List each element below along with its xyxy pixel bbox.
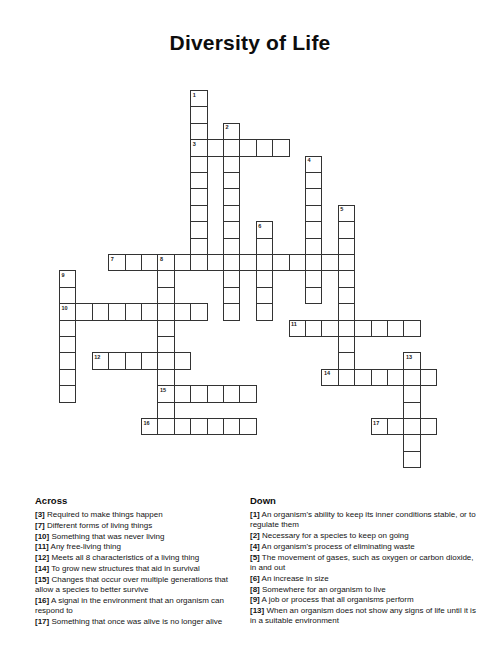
grid-cell[interactable] (223, 139, 240, 156)
clue-number: [2] (250, 531, 260, 540)
grid-cell[interactable]: 6 (256, 221, 273, 238)
grid-cell[interactable] (256, 270, 273, 287)
grid-cell[interactable] (420, 369, 437, 386)
grid-cell[interactable] (190, 172, 207, 189)
grid-cell[interactable]: 1 (190, 90, 207, 107)
grid-cell[interactable] (387, 320, 404, 337)
down-heading: Down (250, 495, 481, 506)
grid-cell[interactable]: 15 (157, 385, 174, 402)
clue-text: Somewhere for an organism to live (260, 585, 386, 594)
grid-cell[interactable] (223, 270, 240, 287)
clue-text: When an organism does not show any signs… (250, 606, 476, 625)
grid-cell[interactable] (190, 238, 207, 255)
grid-cell[interactable]: 7 (108, 254, 125, 271)
grid-cell[interactable] (174, 418, 191, 435)
down-clue-list: [1] An organism's ability to keep its in… (250, 510, 481, 627)
grid-cell[interactable] (190, 385, 207, 402)
grid-cell[interactable] (190, 123, 207, 140)
grid-cell[interactable] (157, 402, 174, 419)
cell-number: 17 (373, 420, 379, 426)
grid-cell[interactable] (338, 369, 355, 386)
clue-across-11: [11] Any free-living thing (35, 542, 247, 552)
grid-cell[interactable] (190, 254, 207, 271)
crossword-page: Diversity of Life 1234567891011121314151… (0, 0, 500, 647)
clue-number: [14] (35, 564, 49, 573)
clue-across-17: [17] Something that once was alive is no… (35, 617, 247, 627)
clue-text: Something that was never living (49, 532, 164, 541)
cell-number: 13 (406, 354, 412, 360)
clue-down-5: [5] The movement of gases, such as oxyge… (250, 553, 481, 574)
grid-cell[interactable] (223, 205, 240, 222)
grid-cell[interactable] (223, 254, 240, 271)
grid-cell[interactable] (174, 303, 191, 320)
across-clues-section: Across [3] Required to make things happe… (35, 495, 247, 628)
grid-cell[interactable]: 9 (59, 270, 76, 287)
clue-number: [4] (250, 542, 260, 551)
grid-cell[interactable] (190, 221, 207, 238)
grid-cell[interactable] (190, 303, 207, 320)
grid-cell[interactable] (403, 418, 420, 435)
grid-cell[interactable]: 13 (403, 352, 420, 369)
cell-number: 10 (62, 305, 68, 311)
grid-cell[interactable]: 3 (190, 139, 207, 156)
grid-cell[interactable] (256, 287, 273, 304)
clue-number: [3] (35, 510, 45, 519)
grid-cell[interactable]: 12 (92, 352, 109, 369)
grid-cell[interactable] (174, 254, 191, 271)
grid-cell[interactable] (125, 352, 142, 369)
grid-cell[interactable] (338, 270, 355, 287)
clue-text: An organism's process of eliminating was… (260, 542, 415, 551)
grid-cell[interactable] (354, 369, 371, 386)
grid-cell[interactable] (190, 188, 207, 205)
clue-down-8: [8] Somewhere for an organism to live (250, 585, 481, 595)
grid-cell[interactable] (239, 385, 256, 402)
grid-cell[interactable] (223, 156, 240, 173)
grid-cell[interactable] (157, 320, 174, 337)
grid-cell[interactable] (403, 451, 420, 468)
clue-across-12: [12] Meets all 8 characteristics of a li… (35, 553, 247, 563)
clue-number: [6] (250, 574, 260, 583)
grid-cell[interactable] (305, 254, 322, 271)
grid-cell[interactable] (223, 172, 240, 189)
grid-cell[interactable] (157, 352, 174, 369)
grid-cell[interactable] (256, 238, 273, 255)
grid-cell[interactable] (338, 287, 355, 304)
grid-cell[interactable]: 10 (59, 303, 76, 320)
grid-cell[interactable] (59, 320, 76, 337)
grid-cell[interactable] (141, 352, 158, 369)
grid-cell[interactable] (354, 320, 371, 337)
grid-cell[interactable] (223, 221, 240, 238)
grid-cell[interactable] (338, 238, 355, 255)
grid-cell[interactable] (387, 369, 404, 386)
grid-cell[interactable] (207, 385, 224, 402)
clue-down-6: [6] An increase in size (250, 574, 481, 584)
clue-text: A signal in the environment that an orga… (35, 596, 224, 615)
clue-text: An organism's ability to keep its inner … (250, 510, 476, 529)
clue-text: Different forms of living things (45, 521, 152, 530)
grid-cell[interactable] (387, 418, 404, 435)
grid-cell[interactable]: 5 (338, 205, 355, 222)
cell-number: 14 (324, 370, 330, 376)
grid-cell[interactable] (305, 320, 322, 337)
grid-cell[interactable] (223, 238, 240, 255)
grid-cell[interactable] (403, 385, 420, 402)
clue-number: [13] (250, 606, 264, 615)
grid-cell[interactable] (371, 320, 388, 337)
grid-cell[interactable] (141, 254, 158, 271)
grid-cell[interactable] (272, 254, 289, 271)
grid-cell[interactable] (256, 254, 273, 271)
grid-cell[interactable] (420, 418, 437, 435)
grid-cell[interactable] (289, 254, 306, 271)
grid-cell[interactable] (207, 254, 224, 271)
grid-cell[interactable] (59, 385, 76, 402)
grid-cell[interactable] (403, 402, 420, 419)
grid-cell[interactable] (305, 270, 322, 287)
clue-text: Any free-living thing (49, 542, 121, 551)
grid-cell[interactable] (108, 352, 125, 369)
grid-cell[interactable] (338, 320, 355, 337)
clue-across-3: [3] Required to make things happen (35, 510, 247, 520)
cell-number: 8 (160, 256, 163, 262)
puzzle-title: Diversity of Life (0, 31, 500, 55)
grid-cell[interactable] (321, 320, 338, 337)
clue-text: Meets all 8 characteristics of a living … (49, 553, 199, 562)
grid-cell[interactable] (190, 205, 207, 222)
clue-number: [15] (35, 575, 49, 584)
cell-number: 1 (193, 92, 196, 98)
grid-cell[interactable] (338, 254, 355, 271)
clue-across-15: [15] Changes that occur over multiple ge… (35, 575, 247, 596)
grid-cell[interactable] (190, 418, 207, 435)
grid-cell[interactable] (305, 238, 322, 255)
clue-across-16: [16] A signal in the environment that an… (35, 596, 247, 617)
grid-cell[interactable] (338, 303, 355, 320)
grid-cell[interactable] (321, 254, 338, 271)
grid-cell[interactable] (338, 221, 355, 238)
grid-cell[interactable] (272, 139, 289, 156)
grid-cell[interactable] (125, 303, 142, 320)
cell-number: 5 (340, 206, 343, 212)
grid-cell[interactable] (239, 139, 256, 156)
cell-number: 9 (62, 272, 65, 278)
grid-cell[interactable] (256, 139, 273, 156)
grid-cell[interactable] (305, 205, 322, 222)
cell-number: 2 (226, 124, 229, 130)
grid-cell[interactable]: 4 (305, 156, 322, 173)
clue-number: [12] (35, 553, 49, 562)
grid-cell[interactable]: 16 (141, 418, 158, 435)
clue-across-7: [7] Different forms of living things (35, 521, 247, 531)
clue-number: [9] (250, 595, 260, 604)
grid-cell[interactable] (305, 221, 322, 238)
clue-down-2: [2] Necessary for a species to keep on g… (250, 531, 481, 541)
grid-cell[interactable] (403, 369, 420, 386)
grid-cell[interactable] (207, 139, 224, 156)
clue-across-10: [10] Something that was never living (35, 532, 247, 542)
grid-cell[interactable] (223, 287, 240, 304)
clue-text: An increase in size (260, 574, 329, 583)
grid-cell[interactable] (371, 369, 388, 386)
cell-number: 16 (144, 420, 150, 426)
grid-cell[interactable] (59, 369, 76, 386)
grid-cell[interactable]: 17 (371, 418, 388, 435)
clue-number: [16] (35, 596, 49, 605)
grid-cell[interactable] (190, 106, 207, 123)
clue-number: [11] (35, 542, 49, 551)
clue-down-4: [4] An organism's process of eliminating… (250, 542, 481, 552)
grid-cell[interactable] (141, 303, 158, 320)
clue-text: Necessary for a species to keep on going (260, 531, 409, 540)
grid-cell[interactable] (338, 352, 355, 369)
across-clue-list: [3] Required to make things happen[7] Di… (35, 510, 247, 627)
clue-number: [5] (250, 553, 260, 562)
grid-cell[interactable] (108, 303, 125, 320)
clue-number: [1] (250, 510, 260, 519)
grid-cell[interactable] (157, 287, 174, 304)
grid-cell[interactable] (190, 156, 207, 173)
clue-text: A job or process that all organisms perf… (260, 595, 414, 604)
clue-text: Something that once was alive is no long… (49, 617, 222, 626)
grid-cell[interactable] (59, 336, 76, 353)
grid-cell[interactable] (223, 303, 240, 320)
clue-number: [17] (35, 617, 49, 626)
cell-number: 6 (258, 223, 261, 229)
grid-cell[interactable] (157, 303, 174, 320)
clue-text: Required to make things happen (45, 510, 163, 519)
grid-cell[interactable] (157, 418, 174, 435)
grid-cell[interactable] (157, 270, 174, 287)
grid-cell[interactable] (223, 385, 240, 402)
cell-number: 3 (193, 141, 196, 147)
grid-cell[interactable] (305, 188, 322, 205)
cell-number: 4 (308, 157, 311, 163)
cell-number: 12 (94, 354, 100, 360)
clue-down-1: [1] An organism's ability to keep its in… (250, 510, 481, 531)
clue-text: The movement of gases, such as oxygen or… (250, 553, 474, 572)
clue-number: [10] (35, 532, 49, 541)
grid-cell[interactable] (239, 418, 256, 435)
grid-cell[interactable] (75, 303, 92, 320)
across-heading: Across (35, 495, 247, 506)
grid-cell[interactable] (223, 418, 240, 435)
clue-text: Changes that occur over multiple generat… (35, 575, 228, 594)
clue-number: [8] (250, 585, 260, 594)
clue-down-9: [9] A job or process that all organisms … (250, 595, 481, 605)
grid-cell[interactable] (207, 418, 224, 435)
grid-cell[interactable] (305, 172, 322, 189)
grid-cell[interactable] (256, 303, 273, 320)
grid-cell[interactable] (338, 336, 355, 353)
clue-text: To grow new structures that aid in survi… (49, 564, 200, 573)
clue-number: [7] (35, 521, 45, 530)
clue-down-13: [13] When an organism does not show any … (250, 606, 481, 627)
grid-cell[interactable] (157, 336, 174, 353)
grid-cell[interactable]: 11 (289, 320, 306, 337)
grid-cell[interactable] (59, 287, 76, 304)
grid-cell[interactable] (174, 385, 191, 402)
grid-cell[interactable]: 2 (223, 123, 240, 140)
grid-cell[interactable] (223, 188, 240, 205)
grid-cell[interactable] (125, 254, 142, 271)
grid-cell[interactable]: 14 (321, 369, 338, 386)
grid-cell[interactable] (239, 254, 256, 271)
grid-cell[interactable] (174, 352, 191, 369)
cell-number: 7 (111, 256, 114, 262)
grid-cell[interactable]: 8 (157, 254, 174, 271)
grid-cell[interactable] (305, 287, 322, 304)
cell-number: 11 (291, 321, 297, 327)
grid-cell[interactable] (403, 434, 420, 451)
crossword-grid: 1234567891011121314151617 (59, 90, 437, 468)
grid-cell[interactable] (59, 352, 76, 369)
grid-cell[interactable] (92, 303, 109, 320)
clue-across-14: [14] To grow new structures that aid in … (35, 564, 247, 574)
grid-cell[interactable] (157, 369, 174, 386)
cell-number: 15 (160, 387, 166, 393)
grid-cell[interactable] (403, 320, 420, 337)
down-clues-section: Down [1] An organism's ability to keep i… (250, 495, 481, 627)
